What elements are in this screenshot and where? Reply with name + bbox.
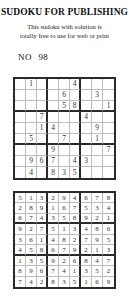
puzzle-grid: 14635817414957197967434835 (13, 77, 116, 180)
subtitle-line-1: This sudoku with solution is (0, 23, 129, 32)
solution-cell-r4c7: 4 (81, 224, 92, 235)
solution-grid: 5132946782891675346743589219275134863614… (13, 191, 116, 290)
puzzle-cell-r7c8 (92, 145, 103, 156)
puzzle-cell-r9c4: 8 (48, 167, 59, 178)
solution-cell-r2c2: 8 (26, 203, 37, 214)
puzzle-cell-r4c9 (103, 112, 114, 123)
puzzle-cell-r4c5 (59, 112, 70, 123)
solution-cell-r4c8: 8 (92, 224, 103, 235)
puzzle-cell-r9c5: 3 (59, 167, 70, 178)
solution-cell-r3c3: 4 (37, 214, 48, 225)
solution-cell-r2c4: 1 (48, 203, 59, 214)
puzzle-cell-r6c2: 5 (26, 134, 37, 145)
puzzle-cell-r4c6 (70, 112, 81, 123)
puzzle-cell-r5c8: 9 (92, 123, 103, 134)
puzzle-cell-r3c2 (26, 101, 37, 112)
solution-cell-r8c5: 4 (59, 266, 70, 277)
solution-cell-r5c2: 6 (26, 235, 37, 246)
puzzle-cell-r5c5 (59, 123, 70, 134)
puzzle-cell-r3c7 (81, 101, 92, 112)
puzzle-cell-r5c1 (15, 123, 26, 134)
solution-cell-r9c4: 8 (48, 277, 59, 288)
solution-cell-r3c5: 5 (59, 214, 70, 225)
puzzle-cell-r3c3 (37, 101, 48, 112)
solution-cell-r2c5: 6 (59, 203, 70, 214)
solution-cell-r6c4: 6 (48, 245, 59, 256)
solution-cell-r8c2: 9 (26, 266, 37, 277)
puzzle-cell-r6c6 (70, 134, 81, 145)
page-title: SUDOKU FOR PUBLISHING (0, 7, 129, 17)
solution-cell-r1c7: 6 (81, 193, 92, 204)
solution-cell-r9c2: 4 (26, 277, 37, 288)
solution-cell-r7c3: 5 (37, 256, 48, 267)
solution-cell-r8c8: 5 (92, 266, 103, 277)
puzzle-cell-r7c5 (59, 145, 70, 156)
puzzle-cell-r4c3: 7 (37, 112, 48, 123)
solution-cell-r4c1: 9 (15, 224, 26, 235)
subtitle-line-2: totally free to use for web or print (0, 32, 129, 41)
solution-cell-r2c1: 2 (15, 203, 26, 214)
puzzle-cell-r2c1 (15, 90, 26, 101)
solution-cell-r2c6: 7 (70, 203, 81, 214)
solution-cell-r1c6: 4 (70, 193, 81, 204)
puzzle-cell-r3c6: 8 (70, 101, 81, 112)
puzzle-cell-r8c9 (103, 156, 114, 167)
puzzle-cell-r2c5: 6 (59, 90, 70, 101)
solution-cell-r4c5: 1 (59, 224, 70, 235)
solution-cell-r7c6: 6 (70, 256, 81, 267)
solution-cell-r9c8: 6 (92, 277, 103, 288)
solution-cell-r2c9: 4 (103, 203, 114, 214)
puzzle-cell-r9c6: 5 (70, 167, 81, 178)
solution-cell-r5c1: 3 (15, 235, 26, 246)
puzzle-cell-r6c7 (81, 134, 92, 145)
puzzle-cell-r1c8 (92, 79, 103, 90)
puzzle-cell-r1c6: 4 (70, 79, 81, 90)
solution-cell-r7c2: 3 (26, 256, 37, 267)
puzzle-cell-r2c8: 3 (92, 90, 103, 101)
puzzle-cell-r8c3: 6 (37, 156, 48, 167)
puzzle-cell-r8c5 (59, 156, 70, 167)
solution-cell-r8c1: 8 (15, 266, 26, 277)
solution-cell-r2c3: 9 (37, 203, 48, 214)
puzzle-cell-r8c7: 3 (81, 156, 92, 167)
solution-cell-r3c1: 6 (15, 214, 26, 225)
puzzle-cell-r9c2: 4 (26, 167, 37, 178)
solution-cell-r7c5: 2 (59, 256, 70, 267)
puzzle-cell-r1c1 (15, 79, 26, 90)
solution-cell-r6c5: 7 (59, 245, 70, 256)
solution-cell-r7c9: 7 (103, 256, 114, 267)
solution-cell-r4c4: 5 (48, 224, 59, 235)
puzzle-cell-r6c4 (48, 134, 59, 145)
puzzle-cell-r6c1 (15, 134, 26, 145)
solution-cell-r3c8: 2 (92, 214, 103, 225)
solution-cell-r9c6: 5 (70, 277, 81, 288)
puzzle-cell-r2c3 (37, 90, 48, 101)
puzzle-cell-r9c7 (81, 167, 92, 178)
solution-cell-r9c9: 9 (103, 277, 114, 288)
page-subtitle: This sudoku with solution is totally fre… (0, 23, 129, 41)
puzzle-cell-r1c3 (37, 79, 48, 90)
puzzle-cell-r1c5 (59, 79, 70, 90)
puzzle-cell-r8c2: 9 (26, 156, 37, 167)
solution-cell-r1c8: 7 (92, 193, 103, 204)
solution-cell-r5c9: 5 (103, 235, 114, 246)
puzzle-cell-r5c9 (103, 123, 114, 134)
puzzle-cell-r1c7 (81, 79, 92, 90)
puzzle-cell-r8c4: 7 (48, 156, 59, 167)
solution-cell-r5c4: 4 (48, 235, 59, 246)
puzzle-cell-r8c1 (15, 156, 26, 167)
puzzle-number: NO 98 (18, 52, 129, 62)
solution-cell-r8c4: 7 (48, 266, 59, 277)
solution-cell-r7c8: 4 (92, 256, 103, 267)
solution-cell-r3c7: 9 (81, 214, 92, 225)
solution-cell-r2c7: 5 (81, 203, 92, 214)
puzzle-cell-r7c4: 9 (48, 145, 59, 156)
puzzle-cell-r4c7: 4 (81, 112, 92, 123)
puzzle-cell-r2c6 (70, 90, 81, 101)
solution-cell-r7c7: 8 (81, 256, 92, 267)
solution-cell-r3c6: 8 (70, 214, 81, 225)
solution-cell-r9c3: 2 (37, 277, 48, 288)
solution-cell-r1c2: 1 (26, 193, 37, 204)
solution-cell-r7c1: 1 (15, 256, 26, 267)
solution-cell-r3c2: 7 (26, 214, 37, 225)
puzzle-cell-r6c3 (37, 134, 48, 145)
solution-cell-r8c7: 3 (81, 266, 92, 277)
solution-cell-r9c5: 3 (59, 277, 70, 288)
puzzle-cell-r5c7 (81, 123, 92, 134)
puzzle-cell-r3c1 (15, 101, 26, 112)
puzzle-cell-r1c2: 1 (26, 79, 37, 90)
solution-cell-r1c3: 3 (37, 193, 48, 204)
solution-cell-r2c8: 3 (92, 203, 103, 214)
solution-cell-r8c9: 2 (103, 266, 114, 277)
puzzle-cell-r3c9: 1 (103, 101, 114, 112)
solution-cell-r5c3: 1 (37, 235, 48, 246)
solution-cell-r1c4: 2 (48, 193, 59, 204)
solution-cell-r8c3: 6 (37, 266, 48, 277)
puzzle-cell-r7c9: 7 (103, 145, 114, 156)
puzzle-cell-r5c2 (26, 123, 37, 134)
puzzle-cell-r4c8 (92, 112, 103, 123)
solution-cell-r1c5: 9 (59, 193, 70, 204)
puzzle-cell-r2c2 (26, 90, 37, 101)
puzzle-cell-r3c5: 5 (59, 101, 70, 112)
solution-cell-r9c7: 1 (81, 277, 92, 288)
puzzle-cell-r4c1 (15, 112, 26, 123)
puzzle-cell-r6c9 (103, 134, 114, 145)
puzzle-cell-r7c2 (26, 145, 37, 156)
solution-cell-r6c3: 8 (37, 245, 48, 256)
solution-cell-r1c1: 5 (15, 193, 26, 204)
puzzle-cell-r5c6 (70, 123, 81, 134)
solution-cell-r4c9: 6 (103, 224, 114, 235)
solution-cell-r6c8: 1 (92, 245, 103, 256)
puzzle-cell-r7c7 (81, 145, 92, 156)
puzzle-cell-r8c6: 4 (70, 156, 81, 167)
solution-cell-r6c2: 5 (26, 245, 37, 256)
puzzle-cell-r7c1 (15, 145, 26, 156)
solution-cell-r1c9: 8 (103, 193, 114, 204)
puzzle-cell-r5c4: 4 (48, 123, 59, 134)
puzzle-cell-r1c4 (48, 79, 59, 90)
puzzle-cell-r2c9 (103, 90, 114, 101)
solution-cell-r4c2: 2 (26, 224, 37, 235)
solution-cell-r7c4: 9 (48, 256, 59, 267)
puzzle-cell-r8c8 (92, 156, 103, 167)
sudoku-page: SUDOKU FOR PUBLISHING This sudoku with s… (0, 7, 129, 300)
puzzle-cell-r4c2 (26, 112, 37, 123)
puzzle-cell-r2c7 (81, 90, 92, 101)
solution-cell-r6c1: 4 (15, 245, 26, 256)
solution-cell-r6c9: 3 (103, 245, 114, 256)
puzzle-cell-r9c8 (92, 167, 103, 178)
puzzle-cell-r4c4 (48, 112, 59, 123)
solution-cell-r5c6: 2 (70, 235, 81, 246)
solution-cell-r5c7: 7 (81, 235, 92, 246)
puzzle-cell-r7c6 (70, 145, 81, 156)
solution-cell-r8c6: 1 (70, 266, 81, 277)
solution-cell-r6c7: 2 (81, 245, 92, 256)
solution-cell-r4c3: 7 (37, 224, 48, 235)
puzzle-cell-r2c4 (48, 90, 59, 101)
solution-cell-r3c9: 1 (103, 214, 114, 225)
puzzle-cell-r9c1 (15, 167, 26, 178)
puzzle-cell-r5c3: 1 (37, 123, 48, 134)
puzzle-cell-r7c3 (37, 145, 48, 156)
puzzle-cell-r3c8 (92, 101, 103, 112)
puzzle-cell-r6c8: 1 (92, 134, 103, 145)
solution-cell-r6c6: 9 (70, 245, 81, 256)
solution-cell-r5c8: 9 (92, 235, 103, 246)
solution-cell-r5c5: 8 (59, 235, 70, 246)
solution-cell-r4c6: 3 (70, 224, 81, 235)
solution-cell-r3c4: 3 (48, 214, 59, 225)
solution-cell-r9c1: 7 (15, 277, 26, 288)
puzzle-cell-r6c5: 7 (59, 134, 70, 145)
puzzle-cell-r1c9 (103, 79, 114, 90)
puzzle-cell-r9c9 (103, 167, 114, 178)
puzzle-cell-r3c4 (48, 101, 59, 112)
puzzle-cell-r9c3 (37, 167, 48, 178)
